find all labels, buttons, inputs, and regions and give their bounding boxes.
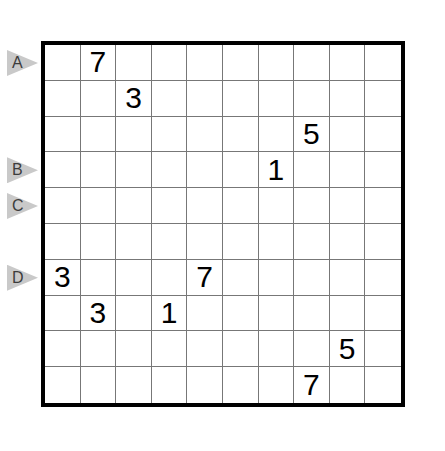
cell-r9c10[interactable] xyxy=(365,331,401,367)
puzzle-page: 7351373157 ABCD xyxy=(0,0,445,451)
row-marker-label: A xyxy=(12,54,23,72)
cell-r1c7[interactable] xyxy=(259,45,295,81)
cell-r10c3[interactable] xyxy=(116,367,152,403)
cell-r10c6[interactable] xyxy=(223,367,259,403)
cell-r1c2[interactable]: 7 xyxy=(81,45,117,81)
cell-r9c6[interactable] xyxy=(223,331,259,367)
cell-r8c9[interactable] xyxy=(330,296,366,332)
cell-r5c9[interactable] xyxy=(330,188,366,224)
cell-r6c8[interactable] xyxy=(294,224,330,260)
cell-r4c1[interactable] xyxy=(45,152,81,188)
cell-r3c5[interactable] xyxy=(187,117,223,153)
cell-r5c4[interactable] xyxy=(152,188,188,224)
cell-r7c4[interactable] xyxy=(152,260,188,296)
cell-r1c8[interactable] xyxy=(294,45,330,81)
cell-r6c1[interactable] xyxy=(45,224,81,260)
given-number: 7 xyxy=(303,370,320,400)
cell-r6c9[interactable] xyxy=(330,224,366,260)
cell-r4c7[interactable]: 1 xyxy=(259,152,295,188)
row-marker-C: C xyxy=(7,193,38,219)
cell-r7c6[interactable] xyxy=(223,260,259,296)
cell-r8c10[interactable] xyxy=(365,296,401,332)
cell-r2c10[interactable] xyxy=(365,81,401,117)
cell-r10c9[interactable] xyxy=(330,367,366,403)
cell-r2c6[interactable] xyxy=(223,81,259,117)
cell-r2c7[interactable] xyxy=(259,81,295,117)
cell-r7c7[interactable] xyxy=(259,260,295,296)
cell-r8c3[interactable] xyxy=(116,296,152,332)
cell-r3c9[interactable] xyxy=(330,117,366,153)
cell-r8c8[interactable] xyxy=(294,296,330,332)
cell-r4c3[interactable] xyxy=(116,152,152,188)
cell-r3c7[interactable] xyxy=(259,117,295,153)
row-marker-B: B xyxy=(7,157,38,183)
cell-r9c3[interactable] xyxy=(116,331,152,367)
cell-r7c2[interactable] xyxy=(81,260,117,296)
cell-r4c9[interactable] xyxy=(330,152,366,188)
cell-r4c6[interactable] xyxy=(223,152,259,188)
cell-r2c1[interactable] xyxy=(45,81,81,117)
cell-r5c2[interactable] xyxy=(81,188,117,224)
cell-r4c5[interactable] xyxy=(187,152,223,188)
cell-r1c3[interactable] xyxy=(116,45,152,81)
cell-r10c1[interactable] xyxy=(45,367,81,403)
cell-r1c9[interactable] xyxy=(330,45,366,81)
cell-r2c4[interactable] xyxy=(152,81,188,117)
given-number: 7 xyxy=(90,47,107,77)
cell-r3c4[interactable] xyxy=(152,117,188,153)
cell-r3c8[interactable]: 5 xyxy=(294,117,330,153)
cell-r10c4[interactable] xyxy=(152,367,188,403)
cell-r4c10[interactable] xyxy=(365,152,401,188)
cell-r8c2[interactable]: 3 xyxy=(81,296,117,332)
cell-r5c8[interactable] xyxy=(294,188,330,224)
row-marker-label: B xyxy=(12,161,23,179)
cell-r6c3[interactable] xyxy=(116,224,152,260)
given-number: 1 xyxy=(161,298,178,328)
cell-r9c5[interactable] xyxy=(187,331,223,367)
cell-r1c6[interactable] xyxy=(223,45,259,81)
cell-r7c10[interactable] xyxy=(365,260,401,296)
cell-r5c10[interactable] xyxy=(365,188,401,224)
cell-r2c8[interactable] xyxy=(294,81,330,117)
puzzle-board: 7351373157 xyxy=(41,41,405,407)
given-number: 1 xyxy=(268,155,285,185)
cell-r3c6[interactable] xyxy=(223,117,259,153)
cell-r7c9[interactable] xyxy=(330,260,366,296)
cell-r3c10[interactable] xyxy=(365,117,401,153)
cell-r9c7[interactable] xyxy=(259,331,295,367)
cell-r7c8[interactable] xyxy=(294,260,330,296)
given-number: 7 xyxy=(196,262,213,292)
cell-r2c2[interactable] xyxy=(81,81,117,117)
row-marker-D: D xyxy=(7,265,38,291)
cell-r7c5[interactable]: 7 xyxy=(187,260,223,296)
given-number: 3 xyxy=(90,298,107,328)
cell-r6c10[interactable] xyxy=(365,224,401,260)
row-marker-A: A xyxy=(7,50,38,76)
row-marker-label: C xyxy=(12,197,24,215)
given-number: 5 xyxy=(303,119,320,149)
cell-r1c4[interactable] xyxy=(152,45,188,81)
cell-r5c1[interactable] xyxy=(45,188,81,224)
cell-r2c5[interactable] xyxy=(187,81,223,117)
cell-r8c1[interactable] xyxy=(45,296,81,332)
cell-r8c5[interactable] xyxy=(187,296,223,332)
cell-r9c4[interactable] xyxy=(152,331,188,367)
cell-r9c2[interactable] xyxy=(81,331,117,367)
cell-r1c1[interactable] xyxy=(45,45,81,81)
given-number: 3 xyxy=(125,83,142,113)
cell-r6c5[interactable] xyxy=(187,224,223,260)
given-number: 5 xyxy=(339,334,356,364)
cell-r6c7[interactable] xyxy=(259,224,295,260)
cell-r8c4[interactable]: 1 xyxy=(152,296,188,332)
cell-r10c7[interactable] xyxy=(259,367,295,403)
cell-r5c3[interactable] xyxy=(116,188,152,224)
row-marker-label: D xyxy=(12,268,24,286)
cell-r10c5[interactable] xyxy=(187,367,223,403)
cell-r7c3[interactable] xyxy=(116,260,152,296)
cell-r5c6[interactable] xyxy=(223,188,259,224)
cell-r9c1[interactable] xyxy=(45,331,81,367)
cell-r6c2[interactable] xyxy=(81,224,117,260)
cell-r3c2[interactable] xyxy=(81,117,117,153)
cell-r10c10[interactable] xyxy=(365,367,401,403)
cell-r4c4[interactable] xyxy=(152,152,188,188)
cell-r3c1[interactable] xyxy=(45,117,81,153)
cell-r3c3[interactable] xyxy=(116,117,152,153)
cell-r9c9[interactable]: 5 xyxy=(330,331,366,367)
cell-r5c5[interactable] xyxy=(187,188,223,224)
cell-r6c6[interactable] xyxy=(223,224,259,260)
cell-r5c7[interactable] xyxy=(259,188,295,224)
cell-r7c1[interactable]: 3 xyxy=(45,260,81,296)
cell-r2c3[interactable]: 3 xyxy=(116,81,152,117)
cell-r4c8[interactable] xyxy=(294,152,330,188)
cell-r9c8[interactable] xyxy=(294,331,330,367)
cell-r1c10[interactable] xyxy=(365,45,401,81)
cell-r4c2[interactable] xyxy=(81,152,117,188)
cell-r2c9[interactable] xyxy=(330,81,366,117)
cell-r8c6[interactable] xyxy=(223,296,259,332)
cell-r10c2[interactable] xyxy=(81,367,117,403)
given-number: 3 xyxy=(54,262,71,292)
cell-r10c8[interactable]: 7 xyxy=(294,367,330,403)
cell-r8c7[interactable] xyxy=(259,296,295,332)
cell-r6c4[interactable] xyxy=(152,224,188,260)
cell-r1c5[interactable] xyxy=(187,45,223,81)
board-grid: 7351373157 xyxy=(45,45,401,403)
